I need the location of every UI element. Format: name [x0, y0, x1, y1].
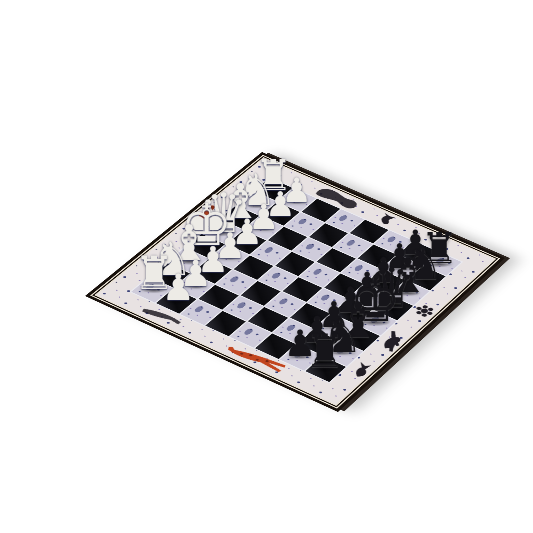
piece-black-rook: ♜ [305, 329, 346, 375]
piece-white-pawn: ♟ [162, 270, 195, 307]
chess-set-photo: ♜♞♝♛♚♝♞♜♟♟♟♟♟♟♟♟♟♟♟♟♟♟♟♟♜♞♝♛♚♝♞♜ [0, 0, 533, 533]
